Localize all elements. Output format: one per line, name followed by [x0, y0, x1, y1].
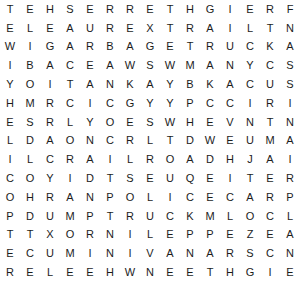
grid-cell[interactable]: N	[140, 263, 160, 282]
grid-cell[interactable]: W	[0, 38, 20, 57]
grid-cell[interactable]: R	[180, 19, 200, 38]
grid-cell[interactable]: C	[260, 244, 280, 263]
grid-cell[interactable]: O	[20, 75, 40, 94]
grid-cell[interactable]: R	[40, 94, 60, 113]
grid-cell[interactable]: S	[60, 0, 80, 19]
grid-cell[interactable]: A	[200, 56, 220, 75]
grid-cell[interactable]: N	[80, 132, 100, 151]
grid-cell[interactable]: E	[220, 226, 240, 245]
grid-cell[interactable]: X	[40, 226, 60, 245]
grid-cell[interactable]: T	[200, 263, 220, 282]
grid-cell[interactable]: P	[80, 207, 100, 226]
grid-cell[interactable]: N	[100, 75, 120, 94]
grid-cell[interactable]: A	[80, 75, 100, 94]
grid-cell[interactable]: X	[140, 19, 160, 38]
grid-cell[interactable]: L	[140, 188, 160, 207]
grid-cell[interactable]: A	[160, 244, 180, 263]
grid-cell[interactable]: Q	[180, 169, 200, 188]
grid-cell[interactable]: E	[80, 0, 100, 19]
grid-cell[interactable]: E	[200, 188, 220, 207]
grid-cell[interactable]: K	[260, 38, 280, 57]
grid-cell[interactable]: T	[100, 169, 120, 188]
grid-cell[interactable]: T	[100, 207, 120, 226]
grid-cell[interactable]: I	[120, 226, 140, 245]
grid-cell[interactable]: S	[240, 244, 260, 263]
grid-cell[interactable]: R	[280, 169, 300, 188]
grid-cell[interactable]: E	[160, 38, 180, 57]
grid-cell[interactable]: L	[60, 113, 80, 132]
grid-cell[interactable]: T	[240, 169, 260, 188]
grid-cell[interactable]: D	[200, 150, 220, 169]
grid-cell[interactable]: H	[180, 113, 200, 132]
grid-cell[interactable]: G	[240, 263, 260, 282]
grid-cell[interactable]: M	[180, 56, 200, 75]
grid-cell[interactable]: H	[40, 0, 60, 19]
grid-cell[interactable]: I	[280, 150, 300, 169]
grid-cell[interactable]: A	[100, 56, 120, 75]
grid-cell[interactable]: Y	[80, 113, 100, 132]
grid-cell[interactable]: R	[140, 150, 160, 169]
grid-cell[interactable]: I	[60, 169, 80, 188]
grid-cell[interactable]: L	[20, 150, 40, 169]
grid-cell[interactable]: L	[140, 226, 160, 245]
grid-cell[interactable]: E	[0, 113, 20, 132]
grid-cell[interactable]: R	[220, 244, 240, 263]
grid-cell[interactable]: C	[240, 38, 260, 57]
grid-cell[interactable]: L	[40, 263, 60, 282]
grid-cell[interactable]: P	[0, 207, 20, 226]
grid-cell[interactable]: A	[60, 19, 80, 38]
grid-cell[interactable]: C	[260, 56, 280, 75]
grid-cell[interactable]: W	[160, 113, 180, 132]
grid-cell[interactable]: E	[40, 19, 60, 38]
grid-cell[interactable]: R	[100, 0, 120, 19]
grid-cell[interactable]: L	[0, 132, 20, 151]
grid-cell[interactable]: R	[260, 0, 280, 19]
word-search-grid: TEHSERRETHGIERFELEAUREXTRAILTNWIGARBAGET…	[0, 0, 300, 282]
grid-cell[interactable]: U	[260, 75, 280, 94]
grid-cell[interactable]: R	[100, 19, 120, 38]
grid-cell[interactable]: K	[200, 75, 220, 94]
grid-cell[interactable]: A	[140, 75, 160, 94]
grid-cell[interactable]: E	[280, 263, 300, 282]
grid-cell[interactable]: R	[60, 150, 80, 169]
grid-cell[interactable]: M	[60, 244, 80, 263]
grid-cell[interactable]: S	[20, 113, 40, 132]
grid-cell[interactable]: S	[140, 56, 160, 75]
grid-cell[interactable]: C	[20, 244, 40, 263]
grid-cell[interactable]: O	[240, 207, 260, 226]
grid-cell[interactable]: R	[260, 94, 280, 113]
grid-cell[interactable]: T	[0, 0, 20, 19]
grid-cell[interactable]: I	[80, 244, 100, 263]
grid-cell[interactable]: I	[160, 188, 180, 207]
grid-cell[interactable]: C	[0, 169, 20, 188]
grid-cell[interactable]: I	[20, 38, 40, 57]
grid-cell[interactable]: A	[120, 38, 140, 57]
grid-cell[interactable]: W	[160, 56, 180, 75]
grid-cell[interactable]: H	[180, 0, 200, 19]
grid-cell[interactable]: I	[80, 94, 100, 113]
grid-cell[interactable]: R	[200, 38, 220, 57]
grid-cell[interactable]: D	[180, 132, 200, 151]
grid-cell[interactable]: N	[220, 56, 240, 75]
grid-cell[interactable]: A	[40, 56, 60, 75]
grid-cell[interactable]: C	[40, 150, 60, 169]
grid-cell[interactable]: I	[100, 150, 120, 169]
grid-cell[interactable]: I	[240, 94, 260, 113]
grid-cell[interactable]: A	[220, 75, 240, 94]
grid-cell[interactable]: Y	[40, 169, 60, 188]
grid-cell[interactable]: I	[0, 56, 20, 75]
grid-cell[interactable]: A	[180, 150, 200, 169]
grid-cell[interactable]: E	[240, 0, 260, 19]
grid-cell[interactable]: H	[220, 263, 240, 282]
grid-cell[interactable]: H	[220, 150, 240, 169]
grid-cell[interactable]: F	[280, 0, 300, 19]
grid-cell[interactable]: A	[60, 38, 80, 57]
grid-cell[interactable]: T	[260, 19, 280, 38]
grid-cell[interactable]: M	[20, 94, 40, 113]
grid-cell[interactable]: O	[60, 132, 80, 151]
grid-cell[interactable]: T	[160, 19, 180, 38]
grid-cell[interactable]: Y	[240, 56, 260, 75]
grid-cell[interactable]: U	[80, 19, 100, 38]
grid-cell[interactable]: L	[140, 132, 160, 151]
grid-cell[interactable]: E	[140, 169, 160, 188]
grid-cell[interactable]: T	[20, 226, 40, 245]
grid-cell[interactable]: O	[60, 226, 80, 245]
grid-cell[interactable]: A	[60, 188, 80, 207]
grid-cell[interactable]: P	[200, 226, 220, 245]
grid-cell[interactable]: C	[60, 94, 80, 113]
grid-cell[interactable]: E	[180, 263, 200, 282]
grid-cell[interactable]: P	[280, 188, 300, 207]
grid-cell[interactable]: D	[80, 169, 100, 188]
grid-cell[interactable]: A	[80, 150, 100, 169]
grid-cell[interactable]: N	[180, 244, 200, 263]
grid-cell[interactable]: E	[120, 19, 140, 38]
grid-cell[interactable]: O	[20, 169, 40, 188]
grid-cell[interactable]: K	[120, 75, 140, 94]
grid-cell[interactable]: E	[220, 132, 240, 151]
grid-cell[interactable]: I	[220, 19, 240, 38]
grid-cell[interactable]: T	[0, 226, 20, 245]
grid-cell[interactable]: C	[160, 207, 180, 226]
grid-cell[interactable]: I	[220, 0, 240, 19]
grid-cell[interactable]: U	[40, 244, 60, 263]
grid-cell[interactable]: T	[160, 0, 180, 19]
grid-cell[interactable]: P	[180, 94, 200, 113]
grid-cell[interactable]: G	[200, 0, 220, 19]
grid-cell[interactable]: B	[100, 38, 120, 57]
grid-cell[interactable]: T	[180, 38, 200, 57]
grid-cell[interactable]: C	[240, 75, 260, 94]
grid-cell[interactable]: V	[220, 113, 240, 132]
grid-cell[interactable]: A	[240, 188, 260, 207]
grid-cell[interactable]: H	[20, 188, 40, 207]
grid-cell[interactable]: I	[260, 263, 280, 282]
grid-cell[interactable]: A	[280, 38, 300, 57]
grid-cell[interactable]: U	[160, 169, 180, 188]
grid-cell[interactable]: O	[120, 188, 140, 207]
grid-cell[interactable]: E	[60, 263, 80, 282]
grid-cell[interactable]: N	[280, 113, 300, 132]
grid-cell[interactable]: R	[260, 188, 280, 207]
grid-cell[interactable]: C	[100, 132, 120, 151]
grid-cell[interactable]: E	[260, 169, 280, 188]
grid-cell[interactable]: L	[220, 207, 240, 226]
grid-cell[interactable]: U	[220, 38, 240, 57]
grid-cell[interactable]: Y	[160, 94, 180, 113]
grid-cell[interactable]: A	[280, 132, 300, 151]
grid-cell[interactable]: Y	[140, 94, 160, 113]
grid-cell[interactable]: A	[200, 244, 220, 263]
grid-cell[interactable]: Z	[240, 226, 260, 245]
grid-cell[interactable]: E	[160, 226, 180, 245]
grid-cell[interactable]: V	[140, 244, 160, 263]
grid-cell[interactable]: N	[80, 188, 100, 207]
grid-cell[interactable]: B	[180, 75, 200, 94]
grid-cell[interactable]: E	[0, 19, 20, 38]
grid-cell[interactable]: N	[240, 113, 260, 132]
grid-cell[interactable]: D	[20, 207, 40, 226]
grid-cell[interactable]: E	[140, 0, 160, 19]
grid-cell[interactable]: E	[200, 113, 220, 132]
grid-cell[interactable]: A	[260, 150, 280, 169]
grid-cell[interactable]: I	[0, 150, 20, 169]
grid-cell[interactable]: C	[220, 188, 240, 207]
grid-cell[interactable]: N	[100, 244, 120, 263]
grid-cell[interactable]: C	[180, 188, 200, 207]
grid-cell[interactable]: E	[160, 263, 180, 282]
grid-cell[interactable]: G	[40, 38, 60, 57]
grid-cell[interactable]: R	[80, 38, 100, 57]
grid-cell[interactable]: A	[200, 19, 220, 38]
grid-cell[interactable]: M	[200, 207, 220, 226]
grid-cell[interactable]: S	[140, 113, 160, 132]
grid-cell[interactable]: E	[80, 56, 100, 75]
grid-cell[interactable]: W	[120, 263, 140, 282]
grid-cell[interactable]: C	[100, 94, 120, 113]
grid-cell[interactable]: H	[0, 94, 20, 113]
grid-cell[interactable]: T	[260, 113, 280, 132]
grid-cell[interactable]: U	[40, 207, 60, 226]
grid-cell[interactable]: T	[60, 75, 80, 94]
grid-cell[interactable]: O	[160, 150, 180, 169]
grid-cell[interactable]: R	[40, 113, 60, 132]
grid-cell[interactable]: N	[100, 226, 120, 245]
grid-cell[interactable]: R	[120, 132, 140, 151]
grid-cell[interactable]: S	[280, 75, 300, 94]
grid-cell[interactable]: R	[80, 226, 100, 245]
grid-cell[interactable]: B	[20, 56, 40, 75]
grid-cell[interactable]: R	[40, 188, 60, 207]
grid-cell[interactable]: E	[20, 0, 40, 19]
grid-cell[interactable]: O	[0, 188, 20, 207]
grid-cell[interactable]: E	[120, 113, 140, 132]
grid-cell[interactable]: I	[280, 94, 300, 113]
grid-cell[interactable]: P	[100, 188, 120, 207]
grid-cell[interactable]: L	[20, 19, 40, 38]
grid-cell[interactable]: C	[220, 94, 240, 113]
grid-cell[interactable]: O	[100, 113, 120, 132]
grid-cell[interactable]: U	[240, 132, 260, 151]
grid-cell[interactable]: U	[140, 207, 160, 226]
grid-cell[interactable]: I	[120, 244, 140, 263]
grid-cell[interactable]: E	[200, 169, 220, 188]
grid-cell[interactable]: T	[160, 132, 180, 151]
grid-cell[interactable]: C	[60, 56, 80, 75]
grid-cell[interactable]: S	[280, 56, 300, 75]
grid-cell[interactable]: R	[120, 0, 140, 19]
grid-cell[interactable]: L	[280, 207, 300, 226]
grid-cell[interactable]: I	[40, 75, 60, 94]
grid-cell[interactable]: S	[120, 169, 140, 188]
grid-cell[interactable]: E	[80, 263, 100, 282]
grid-cell[interactable]: G	[120, 94, 140, 113]
grid-cell[interactable]: J	[240, 150, 260, 169]
grid-cell[interactable]: E	[20, 263, 40, 282]
grid-cell[interactable]: C	[260, 207, 280, 226]
grid-cell[interactable]: N	[280, 244, 300, 263]
grid-cell[interactable]: L	[240, 19, 260, 38]
grid-cell[interactable]: D	[20, 132, 40, 151]
grid-cell[interactable]: G	[140, 38, 160, 57]
grid-cell[interactable]: L	[120, 150, 140, 169]
grid-cell[interactable]: M	[60, 207, 80, 226]
grid-cell[interactable]: R	[0, 263, 20, 282]
grid-cell[interactable]: A	[280, 226, 300, 245]
grid-cell[interactable]: Y	[0, 75, 20, 94]
grid-cell[interactable]: R	[120, 207, 140, 226]
grid-cell[interactable]: W	[120, 56, 140, 75]
grid-cell[interactable]: H	[100, 263, 120, 282]
grid-cell[interactable]: E	[260, 226, 280, 245]
grid-cell[interactable]: K	[180, 207, 200, 226]
grid-cell[interactable]: W	[200, 132, 220, 151]
grid-cell[interactable]: E	[0, 244, 20, 263]
grid-cell[interactable]: C	[200, 94, 220, 113]
grid-cell[interactable]: P	[180, 226, 200, 245]
grid-cell[interactable]: I	[220, 169, 240, 188]
grid-cell[interactable]: N	[280, 19, 300, 38]
grid-cell[interactable]: M	[260, 132, 280, 151]
grid-cell[interactable]: Y	[160, 75, 180, 94]
grid-cell[interactable]: A	[40, 132, 60, 151]
